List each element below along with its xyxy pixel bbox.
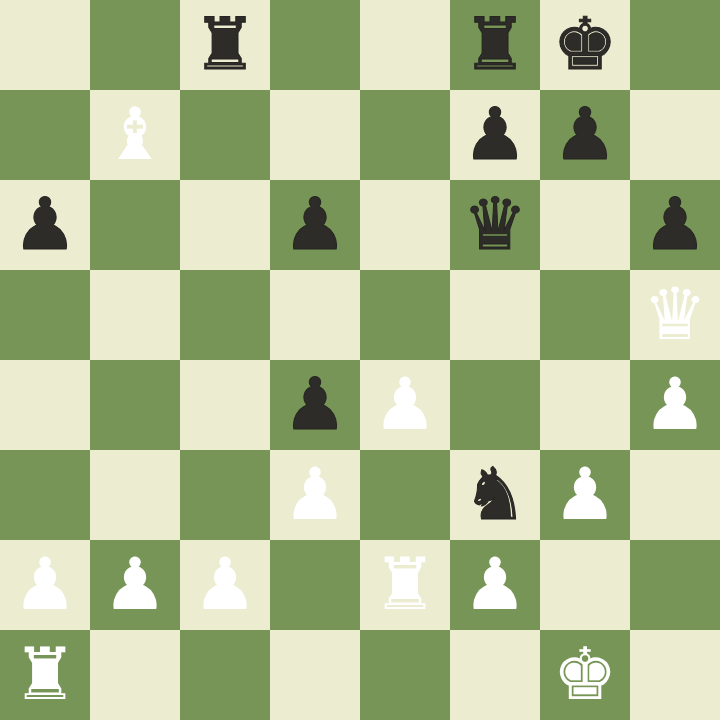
piece-white-pawn[interactable]: ♟ [180, 540, 270, 630]
square-d6[interactable]: ♟ [270, 180, 360, 270]
square-b6[interactable] [90, 180, 180, 270]
square-f5[interactable] [450, 270, 540, 360]
square-h7[interactable] [630, 90, 720, 180]
square-f2[interactable]: ♟ [450, 540, 540, 630]
square-a1[interactable]: ♜ [0, 630, 90, 720]
square-h3[interactable] [630, 450, 720, 540]
piece-black-pawn[interactable]: ♟ [270, 360, 360, 450]
piece-black-pawn[interactable]: ♟ [270, 180, 360, 270]
square-h1[interactable] [630, 630, 720, 720]
piece-black-pawn[interactable]: ♟ [0, 180, 90, 270]
square-c6[interactable] [180, 180, 270, 270]
square-a3[interactable] [0, 450, 90, 540]
square-c4[interactable] [180, 360, 270, 450]
piece-black-knight[interactable]: ♞ [450, 450, 540, 540]
square-g1[interactable]: ♚ [540, 630, 630, 720]
piece-black-king[interactable]: ♚ [540, 0, 630, 90]
square-h8[interactable] [630, 0, 720, 90]
piece-white-pawn[interactable]: ♟ [90, 540, 180, 630]
square-f7[interactable]: ♟ [450, 90, 540, 180]
square-c7[interactable] [180, 90, 270, 180]
square-g2[interactable] [540, 540, 630, 630]
square-h5[interactable]: ♛ [630, 270, 720, 360]
square-d3[interactable]: ♟ [270, 450, 360, 540]
square-g4[interactable] [540, 360, 630, 450]
square-h6[interactable]: ♟ [630, 180, 720, 270]
piece-white-pawn[interactable]: ♟ [0, 540, 90, 630]
square-f3[interactable]: ♞ [450, 450, 540, 540]
piece-white-pawn[interactable]: ♟ [630, 360, 720, 450]
square-e2[interactable]: ♜ [360, 540, 450, 630]
square-f1[interactable] [450, 630, 540, 720]
square-a2[interactable]: ♟ [0, 540, 90, 630]
square-f6[interactable]: ♛ [450, 180, 540, 270]
piece-black-queen[interactable]: ♛ [450, 180, 540, 270]
piece-black-pawn[interactable]: ♟ [450, 90, 540, 180]
square-a8[interactable] [0, 0, 90, 90]
piece-white-pawn[interactable]: ♟ [270, 450, 360, 540]
piece-black-rook[interactable]: ♜ [450, 0, 540, 90]
square-c5[interactable] [180, 270, 270, 360]
square-e6[interactable] [360, 180, 450, 270]
piece-black-pawn[interactable]: ♟ [630, 180, 720, 270]
square-e4[interactable]: ♟ [360, 360, 450, 450]
square-a7[interactable] [0, 90, 90, 180]
square-b5[interactable] [90, 270, 180, 360]
square-b3[interactable] [90, 450, 180, 540]
square-e5[interactable] [360, 270, 450, 360]
piece-white-bishop[interactable]: ♝ [90, 90, 180, 180]
square-f4[interactable] [450, 360, 540, 450]
piece-white-rook[interactable]: ♜ [360, 540, 450, 630]
piece-black-rook[interactable]: ♜ [180, 0, 270, 90]
square-d5[interactable] [270, 270, 360, 360]
square-d1[interactable] [270, 630, 360, 720]
piece-white-pawn[interactable]: ♟ [540, 450, 630, 540]
square-g7[interactable]: ♟ [540, 90, 630, 180]
square-g5[interactable] [540, 270, 630, 360]
square-b8[interactable] [90, 0, 180, 90]
square-b1[interactable] [90, 630, 180, 720]
square-e1[interactable] [360, 630, 450, 720]
piece-white-rook[interactable]: ♜ [0, 630, 90, 720]
square-e7[interactable] [360, 90, 450, 180]
square-h4[interactable]: ♟ [630, 360, 720, 450]
square-e3[interactable] [360, 450, 450, 540]
square-g8[interactable]: ♚ [540, 0, 630, 90]
square-d8[interactable] [270, 0, 360, 90]
piece-white-queen[interactable]: ♛ [630, 270, 720, 360]
piece-white-king[interactable]: ♚ [540, 630, 630, 720]
square-g3[interactable]: ♟ [540, 450, 630, 540]
square-d4[interactable]: ♟ [270, 360, 360, 450]
piece-white-pawn[interactable]: ♟ [360, 360, 450, 450]
chess-board: ♜♜♚♝♟♟♟♟♛♟♛♟♟♟♟♞♟♟♟♟♜♟♜♚ [0, 0, 720, 720]
square-a5[interactable] [0, 270, 90, 360]
piece-black-pawn[interactable]: ♟ [540, 90, 630, 180]
square-f8[interactable]: ♜ [450, 0, 540, 90]
square-b4[interactable] [90, 360, 180, 450]
square-c2[interactable]: ♟ [180, 540, 270, 630]
square-e8[interactable] [360, 0, 450, 90]
square-d7[interactable] [270, 90, 360, 180]
square-d2[interactable] [270, 540, 360, 630]
square-a6[interactable]: ♟ [0, 180, 90, 270]
square-a4[interactable] [0, 360, 90, 450]
square-g6[interactable] [540, 180, 630, 270]
square-b2[interactable]: ♟ [90, 540, 180, 630]
piece-white-pawn[interactable]: ♟ [450, 540, 540, 630]
square-c8[interactable]: ♜ [180, 0, 270, 90]
square-c3[interactable] [180, 450, 270, 540]
square-h2[interactable] [630, 540, 720, 630]
square-c1[interactable] [180, 630, 270, 720]
square-b7[interactable]: ♝ [90, 90, 180, 180]
